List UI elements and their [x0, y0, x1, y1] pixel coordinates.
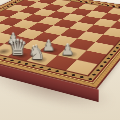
- chess-box-scene: ♟♟♟♜♝♛♞: [0, 0, 120, 120]
- chess-piece-bishop: ♝: [0, 35, 8, 54]
- chess-board-box: ♟♟♟♜♝♛♞: [0, 0, 120, 89]
- photo-backdrop: ♟♟♟♜♝♛♞: [0, 0, 120, 120]
- chess-piece-knight: ♞: [28, 43, 45, 62]
- chess-piece-queen: ♛: [8, 37, 27, 58]
- inner-accent-line: ♟♟♟♜♝♛♞: [0, 0, 120, 77]
- chess-piece-pawn: ♟: [61, 43, 74, 57]
- chess-board: ♟♟♟♜♝♛♞: [0, 0, 120, 75]
